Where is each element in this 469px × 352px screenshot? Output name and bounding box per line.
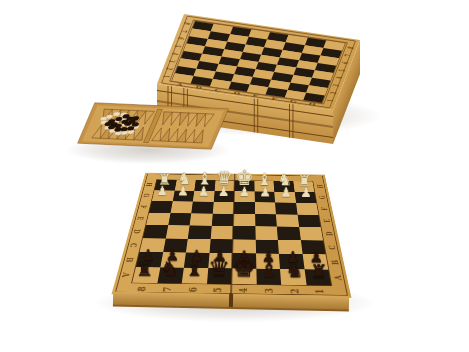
coordinate-label: D (318, 230, 342, 238)
coordinate-label: B (116, 255, 142, 263)
coordinate-label: 5 (332, 67, 353, 74)
board-hinge-gap (229, 294, 233, 307)
board-square[interactable] (190, 213, 213, 226)
board-square[interactable] (278, 240, 302, 254)
coordinate-label: E (316, 217, 339, 224)
board-square[interactable] (191, 202, 213, 214)
board-square[interactable] (188, 225, 212, 238)
board-square[interactable] (165, 225, 189, 238)
box-side-inlay-line (254, 98, 255, 132)
board-square[interactable] (273, 181, 294, 192)
product-photo-chess-set: ABCDEFGH1122334455667788 87654321AABBCCD… (0, 0, 469, 352)
coordinate-label: 8 (340, 44, 361, 51)
board-square[interactable] (232, 253, 256, 268)
board-square[interactable] (255, 226, 278, 239)
board-square[interactable] (193, 191, 214, 202)
board-square[interactable] (212, 202, 234, 214)
board-square[interactable] (170, 201, 193, 213)
coordinate-label: A (112, 271, 139, 280)
board-square[interactable] (276, 214, 299, 227)
backgammon-tray (78, 103, 228, 149)
board-square[interactable] (232, 239, 255, 253)
board-square[interactable] (255, 239, 279, 253)
coordinate-label: A (325, 273, 352, 282)
board-square[interactable] (211, 213, 233, 226)
board-square[interactable] (233, 214, 255, 227)
board-square[interactable] (194, 180, 215, 191)
coordinate-label: H (138, 182, 159, 188)
board-square[interactable] (274, 191, 295, 202)
board-square[interactable] (254, 191, 275, 202)
backgammon-points (82, 105, 224, 147)
board-square[interactable] (275, 202, 297, 214)
board-square[interactable] (214, 180, 234, 191)
coordinate-label: D (125, 228, 149, 235)
coordinate-label: E (128, 215, 151, 222)
coordinate-label: 3 (326, 82, 347, 89)
chess-board-face: 87654321AABBCCDDEEFFGGHH (111, 173, 351, 298)
coordinate-label: C (121, 241, 146, 249)
board-square[interactable] (277, 227, 301, 240)
coordinate-label: G (312, 194, 334, 200)
coordinate-label: G (135, 192, 157, 198)
box-side-inlay-line (289, 104, 290, 138)
board-square[interactable] (279, 254, 304, 269)
board-square[interactable] (234, 191, 255, 202)
coordinate-label: 6 (334, 59, 355, 66)
board-square[interactable] (168, 213, 191, 226)
coordinate-label: C (320, 244, 345, 252)
coordinate-label: B (323, 258, 349, 267)
board-square[interactable] (210, 226, 233, 239)
coordinate-label: F (132, 203, 155, 210)
board-square[interactable] (213, 191, 234, 202)
box-side-inlay-line (293, 104, 294, 138)
board-square[interactable] (186, 239, 210, 253)
coordinate-label: 7 (337, 52, 358, 59)
coordinate-label: 4 (329, 74, 350, 81)
board-square[interactable] (172, 190, 194, 201)
box-side-inlay-line (257, 99, 258, 133)
board-square[interactable] (256, 253, 280, 268)
coordinate-label: H (310, 183, 331, 189)
coordinate-label: F (314, 205, 336, 212)
board-square[interactable] (234, 181, 254, 192)
board-square[interactable] (184, 253, 209, 268)
board-square[interactable] (255, 214, 277, 227)
board-square[interactable] (254, 202, 275, 214)
board-square[interactable] (160, 252, 186, 267)
backgammon-checker-light[interactable] (100, 117, 108, 121)
coordinate-label: 2 (323, 89, 344, 96)
board-square[interactable] (174, 180, 195, 191)
open-chess-board: 87654321AABBCCDDEEFFGGHH ♜♞♝♛♚♝♞♜♟♟♟♟♟♟♟… (111, 173, 351, 298)
coordinate-label: 1 (320, 97, 341, 104)
board-square[interactable] (163, 238, 188, 252)
board-square[interactable] (208, 253, 232, 268)
board-square[interactable] (209, 239, 233, 253)
board-square[interactable] (254, 181, 274, 192)
board-square[interactable] (234, 202, 255, 214)
board-square[interactable] (233, 226, 256, 239)
